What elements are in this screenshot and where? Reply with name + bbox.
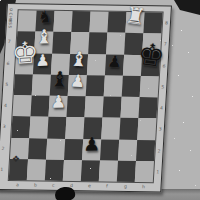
black-king-h6: ♚ <box>135 38 166 71</box>
rank-label-left-5: 5 <box>5 82 8 87</box>
white-rook-g8: ♜ <box>123 3 147 28</box>
rank-label-left-2: 2 <box>1 146 4 151</box>
black-bishop-c5: ♝ <box>50 68 70 89</box>
rank-label-left-4: 4 <box>4 103 7 108</box>
file-label-b: b <box>34 182 37 187</box>
file-label-a: a <box>16 182 19 187</box>
rank-label-left-3: 3 <box>3 124 6 129</box>
rank-label-left-6: 6 <box>6 61 9 66</box>
white-pawn-b6: ♟ <box>36 52 50 68</box>
black-knight-b8: ♞ <box>38 9 53 26</box>
rank-label-right-2: 2 <box>157 148 160 153</box>
dark-corner-top-right <box>168 0 200 18</box>
file-label-c: c <box>52 183 55 188</box>
rank-label-right-1: 1 <box>156 169 159 174</box>
rank-label-left-1: 1 <box>0 167 3 172</box>
black-pawn-f6: ♟ <box>107 53 123 70</box>
file-label-g: g <box>124 184 127 189</box>
file-label-h: h <box>142 184 145 189</box>
white-bishop-d6: ♝ <box>69 48 89 69</box>
white-pawn-d5: ♟ <box>69 73 85 90</box>
rank-label-right-3: 3 <box>159 127 162 132</box>
white-pawn-c4: ♟ <box>50 93 66 111</box>
photo-chessboard-scene: ©CHESS ❖ ♞♜♝♚♟♝♟♚♝♟♟♟ 8877665544332211ab… <box>0 0 200 200</box>
rank-label-left-8: 8 <box>9 18 12 23</box>
chess-board: ©CHESS ❖ ♞♜♝♚♟♝♟♚♝♟♟♟ 8877665544332211ab… <box>0 3 172 192</box>
file-label-e: e <box>88 183 91 188</box>
rank-label-right-5: 5 <box>161 84 164 89</box>
black-pawn-e2: ♟ <box>83 135 100 154</box>
rank-label-right-8: 8 <box>165 21 168 26</box>
file-label-f: f <box>106 184 108 189</box>
rank-label-right-4: 4 <box>160 106 163 111</box>
pieces-layer: ♞♜♝♚♟♝♟♚♝♟♟♟ <box>9 10 163 182</box>
